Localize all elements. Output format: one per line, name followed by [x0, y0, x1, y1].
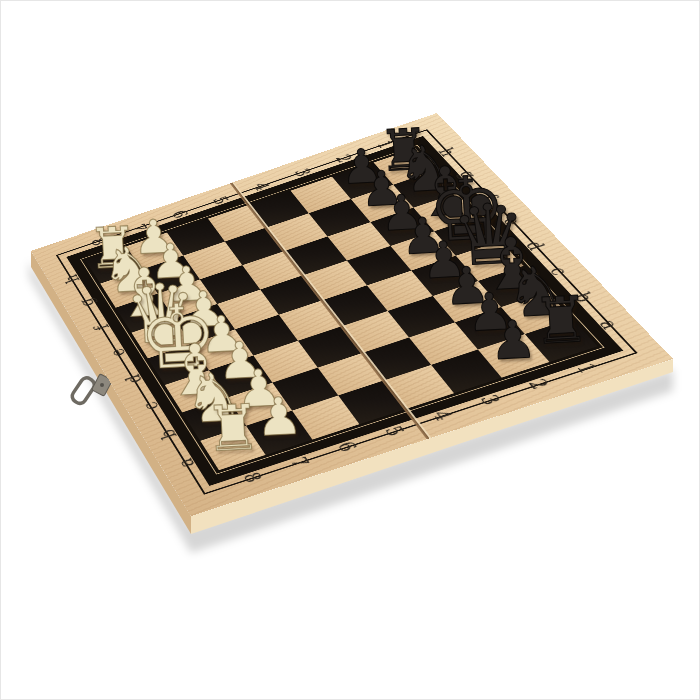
rank-label-5-hfile: 5	[209, 195, 231, 207]
file-label-h-near: h	[62, 273, 83, 285]
rank-label-4-afile: 4	[429, 408, 456, 423]
file-label-a-far: a	[595, 318, 622, 332]
file-label-g-near: g	[76, 296, 98, 308]
file-label-b-far: b	[570, 290, 597, 304]
file-label-h-far: h	[435, 146, 459, 158]
file-label-b-near: b	[157, 427, 181, 441]
file-label-f-near: f	[92, 322, 112, 332]
file-label-a-near: a	[174, 456, 198, 470]
rank-label-7-afile: 7	[286, 455, 312, 470]
file-label-c-near: c	[140, 400, 163, 413]
file-label-g-far: g	[456, 168, 480, 180]
rank-label-3-afile: 3	[476, 393, 503, 408]
rank-label-8-hfile: 8	[88, 236, 109, 248]
rank-label-2-hfile: 2	[332, 153, 354, 165]
rank-label-1-afile: 1	[573, 361, 600, 375]
rank-label-1-hfile: 1	[373, 139, 396, 151]
file-label-d-near: d	[123, 372, 146, 385]
file-label-e-far: e	[499, 215, 523, 227]
rank-label-5-afile: 5	[381, 424, 407, 439]
rank-label-7-hfile: 7	[128, 222, 149, 234]
chess-set-photo: aa88bb77cc66dd55ee44ff33gg22hh11 ♜♞♝♚♛♝♞…	[0, 0, 700, 700]
rank-label-2-afile: 2	[524, 377, 551, 391]
file-label-f-far: f	[478, 193, 500, 203]
rank-label-3-hfile: 3	[291, 167, 313, 179]
rank-label-6-hfile: 6	[169, 208, 191, 220]
rank-label-8-afile: 8	[239, 470, 264, 485]
rank-label-4-hfile: 4	[250, 181, 272, 193]
rank-label-6-afile: 6	[334, 439, 360, 454]
file-label-e-near: e	[107, 346, 129, 359]
file-label-c-far: c	[546, 265, 571, 278]
file-label-d-far: d	[522, 239, 547, 252]
